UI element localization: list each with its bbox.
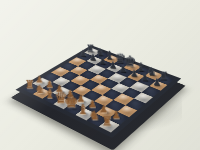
black-pawn-h7: ♟ (149, 78, 163, 87)
chess-set-photo: ♜♞♝♛♚♝♞♜♟♟♟♟♟♟♟♟♟♟♟♟♟♟♟♟♜♞♝♛♚♝♞♜ (0, 0, 200, 150)
white-rook-h1: ♜ (99, 115, 115, 128)
